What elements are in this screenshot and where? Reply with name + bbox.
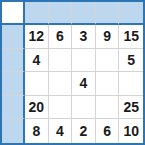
cell-r3c5[interactable]	[119, 72, 143, 96]
cell-r4c2[interactable]	[49, 96, 73, 120]
row-header-5	[2, 119, 25, 143]
cell-r2c5[interactable]: 5	[119, 49, 143, 73]
cell-r5c5[interactable]: 10	[119, 119, 143, 143]
col-header-2	[49, 2, 73, 25]
cell-r4c5[interactable]: 25	[119, 96, 143, 120]
cell-r3c4[interactable]	[96, 72, 120, 96]
cell-r5c4[interactable]: 6	[96, 119, 120, 143]
row-header-3	[2, 72, 25, 96]
cell-r3c3[interactable]: 4	[72, 72, 96, 96]
cell-r1c4[interactable]: 9	[96, 25, 120, 49]
cell-r5c2[interactable]: 4	[49, 119, 73, 143]
cell-r4c4[interactable]	[96, 96, 120, 120]
corner-cell	[2, 2, 25, 25]
cell-r3c1[interactable]	[25, 72, 49, 96]
cell-r5c1[interactable]: 8	[25, 119, 49, 143]
cell-r3c2[interactable]	[49, 72, 73, 96]
cell-r1c1[interactable]: 12	[25, 25, 49, 49]
col-header-4	[96, 2, 120, 25]
cell-r2c1[interactable]: 4	[25, 49, 49, 73]
cell-r4c3[interactable]	[72, 96, 96, 120]
cell-r5c3[interactable]: 2	[72, 119, 96, 143]
cell-r1c5[interactable]: 15	[119, 25, 143, 49]
col-header-1	[25, 2, 49, 25]
puzzle-board: 12639154542025842610	[0, 0, 145, 145]
cell-r1c2[interactable]: 6	[49, 25, 73, 49]
cell-r2c2[interactable]	[49, 49, 73, 73]
row-header-4	[2, 96, 25, 120]
col-header-3	[72, 2, 96, 25]
cell-r2c3[interactable]	[72, 49, 96, 73]
row-header-2	[2, 49, 25, 73]
row-header-1	[2, 25, 25, 49]
cell-r4c1[interactable]: 20	[25, 96, 49, 120]
cell-r1c3[interactable]: 3	[72, 25, 96, 49]
col-header-5	[119, 2, 143, 25]
cell-r2c4[interactable]	[96, 49, 120, 73]
